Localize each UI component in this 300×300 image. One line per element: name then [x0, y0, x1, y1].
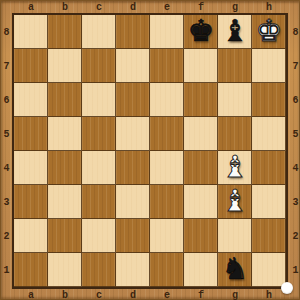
file-label-top-f: f [184, 1, 218, 13]
square-a4[interactable] [14, 151, 48, 185]
piece-white-bishop[interactable]: ♝ [222, 152, 249, 182]
square-d4[interactable] [116, 151, 150, 185]
square-a3[interactable] [14, 185, 48, 219]
square-e7[interactable] [150, 49, 184, 83]
square-g2[interactable] [218, 219, 252, 253]
file-label-bottom-g: g [218, 289, 252, 300]
square-g6[interactable] [218, 83, 252, 117]
piece-black-knight[interactable]: ♞ [222, 254, 249, 284]
rank-label-left-4: 4 [1, 151, 12, 185]
square-d5[interactable] [116, 117, 150, 151]
square-b3[interactable] [48, 185, 82, 219]
square-a5[interactable] [14, 117, 48, 151]
rank-label-right-2: 2 [290, 219, 300, 253]
square-b1[interactable] [48, 253, 82, 287]
square-c1[interactable] [82, 253, 116, 287]
board-frame: abcdefgh abcdefgh 87654321 87654321 ♚♝♚♝… [0, 0, 300, 300]
chess-board-screenshot: abcdefgh abcdefgh 87654321 87654321 ♚♝♚♝… [0, 0, 300, 300]
square-b2[interactable] [48, 219, 82, 253]
square-e1[interactable] [150, 253, 184, 287]
piece-white-king[interactable]: ♚ [256, 16, 283, 46]
rank-label-left-7: 7 [1, 49, 12, 83]
rank-label-right-7: 7 [290, 49, 300, 83]
square-h3[interactable] [252, 185, 286, 219]
rank-label-left-2: 2 [1, 219, 12, 253]
square-d6[interactable] [116, 83, 150, 117]
rank-label-right-8: 8 [290, 15, 300, 49]
file-label-bottom-a: a [14, 289, 48, 300]
square-c2[interactable] [82, 219, 116, 253]
square-h2[interactable] [252, 219, 286, 253]
chess-board[interactable]: ♚♝♚♝♝♞ [12, 13, 288, 289]
square-d8[interactable] [116, 15, 150, 49]
square-f8[interactable]: ♚ [184, 15, 218, 49]
rank-label-right-1: 1 [290, 253, 300, 287]
square-f5[interactable] [184, 117, 218, 151]
file-labels-bottom: abcdefgh [14, 289, 286, 300]
file-label-top-d: d [116, 1, 150, 13]
square-e6[interactable] [150, 83, 184, 117]
square-h6[interactable] [252, 83, 286, 117]
square-f4[interactable] [184, 151, 218, 185]
square-b7[interactable] [48, 49, 82, 83]
square-c7[interactable] [82, 49, 116, 83]
file-label-top-a: a [14, 1, 48, 13]
file-labels-top: abcdefgh [14, 1, 286, 13]
square-b8[interactable] [48, 15, 82, 49]
file-label-bottom-f: f [184, 289, 218, 300]
square-c5[interactable] [82, 117, 116, 151]
square-a2[interactable] [14, 219, 48, 253]
square-e8[interactable] [150, 15, 184, 49]
square-e4[interactable] [150, 151, 184, 185]
piece-black-bishop[interactable]: ♝ [222, 16, 249, 46]
file-label-top-e: e [150, 1, 184, 13]
square-f1[interactable] [184, 253, 218, 287]
file-label-top-h: h [252, 1, 286, 13]
square-a6[interactable] [14, 83, 48, 117]
square-d1[interactable] [116, 253, 150, 287]
square-b4[interactable] [48, 151, 82, 185]
rank-label-left-1: 1 [1, 253, 12, 287]
square-c3[interactable] [82, 185, 116, 219]
square-d3[interactable] [116, 185, 150, 219]
square-g8[interactable]: ♝ [218, 15, 252, 49]
square-c8[interactable] [82, 15, 116, 49]
square-a7[interactable] [14, 49, 48, 83]
file-label-top-b: b [48, 1, 82, 13]
square-b5[interactable] [48, 117, 82, 151]
rank-labels-left: 87654321 [1, 15, 12, 287]
square-g3[interactable]: ♝ [218, 185, 252, 219]
square-d2[interactable] [116, 219, 150, 253]
square-c4[interactable] [82, 151, 116, 185]
file-label-top-c: c [82, 1, 116, 13]
rank-label-right-4: 4 [290, 151, 300, 185]
piece-white-bishop[interactable]: ♝ [222, 186, 249, 216]
rank-label-right-3: 3 [290, 185, 300, 219]
square-g1[interactable]: ♞ [218, 253, 252, 287]
square-g7[interactable] [218, 49, 252, 83]
square-a8[interactable] [14, 15, 48, 49]
file-label-top-g: g [218, 1, 252, 13]
rank-label-left-6: 6 [1, 83, 12, 117]
rank-label-right-6: 6 [290, 83, 300, 117]
piece-black-king[interactable]: ♚ [188, 16, 215, 46]
file-label-bottom-e: e [150, 289, 184, 300]
rank-labels-right: 87654321 [290, 15, 300, 287]
white-to-move-indicator [281, 282, 293, 294]
square-e3[interactable] [150, 185, 184, 219]
square-g4[interactable]: ♝ [218, 151, 252, 185]
rank-label-right-5: 5 [290, 117, 300, 151]
square-e2[interactable] [150, 219, 184, 253]
square-f2[interactable] [184, 219, 218, 253]
file-label-bottom-d: d [116, 289, 150, 300]
square-h8[interactable]: ♚ [252, 15, 286, 49]
file-label-bottom-c: c [82, 289, 116, 300]
square-b6[interactable] [48, 83, 82, 117]
square-g5[interactable] [218, 117, 252, 151]
rank-label-left-8: 8 [1, 15, 12, 49]
square-d7[interactable] [116, 49, 150, 83]
square-f7[interactable] [184, 49, 218, 83]
square-f3[interactable] [184, 185, 218, 219]
square-h5[interactable] [252, 117, 286, 151]
square-h1[interactable] [252, 253, 286, 287]
square-h4[interactable] [252, 151, 286, 185]
rank-label-left-5: 5 [1, 117, 12, 151]
square-c6[interactable] [82, 83, 116, 117]
rank-label-left-3: 3 [1, 185, 12, 219]
square-h7[interactable] [252, 49, 286, 83]
file-label-bottom-b: b [48, 289, 82, 300]
square-a1[interactable] [14, 253, 48, 287]
square-e5[interactable] [150, 117, 184, 151]
square-f6[interactable] [184, 83, 218, 117]
